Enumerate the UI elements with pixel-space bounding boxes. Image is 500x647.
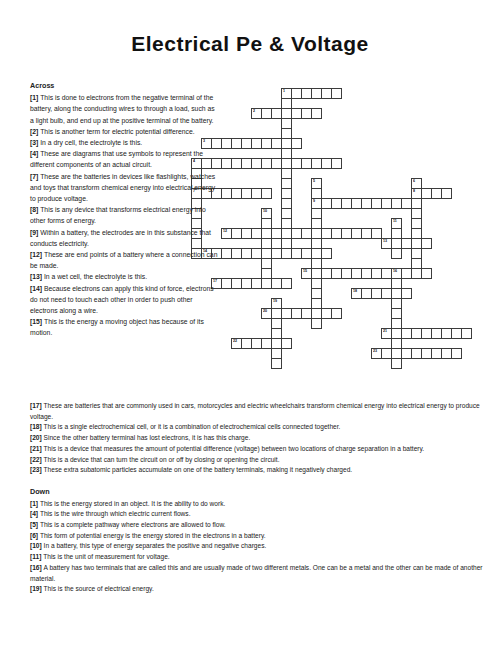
clue-number-label: [10] (30, 542, 44, 549)
grid-cell[interactable] (391, 248, 402, 259)
grid-cell[interactable] (291, 138, 302, 149)
across-clue-12: [12] These are end points of a battery w… (30, 249, 218, 271)
clue-number-label: [11] (30, 553, 43, 560)
grid-cell[interactable] (311, 108, 322, 119)
grid-cell[interactable] (421, 268, 432, 279)
down-clue-6: [6] This form of potential energy is the… (30, 531, 486, 542)
across-clue-2: [2] This is another term for electric po… (30, 126, 218, 137)
clue-number: 23 (373, 349, 377, 353)
clue-number-label: [9] (30, 229, 40, 236)
clue-number-label: [17] (30, 402, 44, 409)
clue-number: 2 (253, 109, 255, 113)
grid-cell[interactable] (451, 348, 462, 359)
clue-number-label: [12] (30, 251, 44, 258)
clue-number-label: [4] (30, 150, 40, 157)
across-clue-3: [3] In a dry cell, the electrolyte is th… (30, 137, 218, 148)
clue-number: 11 (393, 219, 397, 223)
across-clue-17: [17] These are batteries that are common… (30, 401, 486, 422)
down-clue-5: [5] This is a complete pathway where ele… (30, 520, 486, 531)
grid-cell[interactable] (331, 158, 342, 169)
grid-cell[interactable] (441, 188, 452, 199)
across-clue-list-wide: [17] These are batteries that are common… (30, 401, 486, 476)
across-clue-7: [7] These are the batteries in devices l… (30, 171, 218, 205)
page-title: Electrical Pe & Voltage (0, 32, 500, 56)
clue-number-label: [5] (30, 521, 40, 528)
clue-number-label: [3] (30, 139, 40, 146)
across-clue-4: [4] These are diagrams that use symbols … (30, 148, 218, 170)
clue-number: 22 (233, 339, 237, 343)
clue-number-label: [2] (30, 128, 40, 135)
clue-number-label: [13] (30, 273, 44, 280)
across-clue-9: [9] Within a battery, the electrodes are… (30, 227, 218, 249)
clue-number-label: [1] (30, 94, 40, 101)
across-clue-18: [18] This is a single electrochemical ce… (30, 422, 486, 433)
across-clue-list: [1] This is done to electrons from the n… (30, 92, 218, 338)
across-clues-left-column: Across [1] This is done to electrons fro… (30, 80, 218, 339)
down-clue-19: [19] This is the source of electrical en… (30, 584, 486, 595)
grid-cell[interactable] (391, 358, 402, 369)
clue-number: 12 (223, 229, 227, 233)
clue-number-label: [14] (30, 285, 44, 292)
across-clue-15: [15] This is the energy a moving object … (30, 316, 218, 338)
clue-number-label: [22] (30, 456, 44, 463)
across-clue-23: [23] These extra subatomic particles acc… (30, 465, 486, 476)
clue-number-label: [18] (30, 423, 44, 430)
clue-number-label: [20] (30, 434, 44, 441)
grid-cell[interactable] (311, 318, 322, 329)
clue-number: 10 (263, 209, 267, 213)
clue-number: 8 (413, 189, 415, 193)
across-clue-1: [1] This is done to electrons from the n… (30, 92, 218, 126)
grid-cell[interactable] (261, 188, 272, 199)
down-clue-16: [16] A battery has two terminals that ar… (30, 563, 486, 584)
clue-number-label: [19] (30, 585, 44, 592)
clue-number: 15 (303, 269, 307, 273)
clue-number-label: [23] (30, 466, 44, 473)
clue-number-label: [21] (30, 445, 44, 452)
down-clue-4: [4] This is the wire through which elect… (30, 509, 486, 520)
down-clue-11: [11] This is the unit of measurement for… (30, 552, 486, 563)
clue-number: 21 (383, 329, 387, 333)
clue-number: 6 (413, 179, 415, 183)
grid-cell[interactable] (401, 288, 412, 299)
clue-number: 5 (313, 179, 315, 183)
clue-number: 9 (313, 199, 315, 203)
clue-number-label: [4] (30, 510, 40, 517)
full-width-clues: [17] These are batteries that are common… (30, 401, 486, 595)
clue-number: 19 (273, 299, 277, 303)
clue-number: 20 (263, 309, 267, 313)
down-clue-1: [1] This is the energy stored in an obje… (30, 499, 486, 510)
grid-cell[interactable] (461, 328, 472, 339)
clue-number-label: [16] (30, 564, 44, 571)
across-clue-22: [22] This is a device that can turn the … (30, 455, 486, 466)
grid-cell[interactable] (271, 358, 282, 369)
down-clue-10: [10] In a battery, this type of energy s… (30, 541, 486, 552)
grid-cell[interactable] (331, 88, 342, 99)
clue-number: 1 (283, 89, 285, 93)
clue-number-label: [7] (30, 173, 40, 180)
across-clue-13: [13] In a wet cell, the electrolyte is t… (30, 271, 218, 282)
grid-cell[interactable] (421, 238, 432, 249)
grid-cell[interactable] (321, 248, 332, 259)
clue-number-label: [6] (30, 532, 40, 539)
clue-number: 16 (393, 269, 397, 273)
across-clue-21: [21] This is a device that measures the … (30, 444, 486, 455)
across-heading: Across (30, 80, 218, 91)
clue-number: 18 (353, 289, 357, 293)
grid-cell[interactable] (281, 278, 292, 289)
clue-number-label: [1] (30, 500, 40, 507)
down-heading: Down (30, 487, 486, 498)
clue-number: 13 (383, 239, 387, 243)
clue-number-label: [15] (30, 318, 44, 325)
grid-cell[interactable] (331, 308, 342, 319)
across-clue-14: [14] Because electrons can apply this ki… (30, 283, 218, 317)
down-clue-list: [1] This is the energy stored in an obje… (30, 499, 486, 595)
clue-number-label: [8] (30, 206, 40, 213)
crossword-grid: 1234567891011121314151617181920212223 (191, 88, 472, 369)
grid-cell[interactable] (281, 338, 292, 349)
across-clue-20: [20] Since the other battery terminal ha… (30, 433, 486, 444)
across-clue-8: [8] This is any device that transforms e… (30, 204, 218, 226)
